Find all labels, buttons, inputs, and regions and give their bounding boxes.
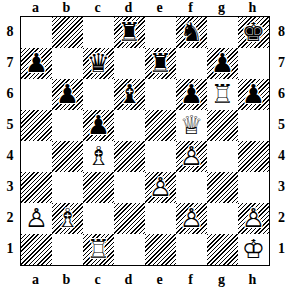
square-h3[interactable]: [238, 172, 269, 203]
square-g5[interactable]: [207, 110, 238, 141]
white-bishop-b2: ♝♗: [52, 203, 83, 234]
square-f3[interactable]: [176, 172, 207, 203]
file-label-a-bottom: a: [20, 272, 51, 288]
piece-outline-layer: ♙: [176, 141, 207, 172]
square-e8[interactable]: [145, 17, 176, 48]
square-g4[interactable]: [207, 141, 238, 172]
file-labels-bottom: abcdefgh: [20, 266, 293, 293]
square-b5[interactable]: [52, 110, 83, 141]
file-label-h-bottom: h: [237, 272, 268, 288]
square-f1[interactable]: [176, 234, 207, 265]
piece-outline-layer: ♗: [52, 203, 83, 234]
square-d3[interactable]: [114, 172, 145, 203]
piece-glyph: ♟: [21, 48, 52, 79]
file-label-h-top: h: [237, 0, 268, 16]
file-label-b-top: b: [51, 0, 82, 16]
black-rook-d8: ♜: [114, 17, 145, 48]
black-pawn-a7: ♟: [21, 48, 52, 79]
square-b8[interactable]: [52, 17, 83, 48]
rank-label-2-right: 2: [270, 202, 293, 233]
white-pawn-f2: ♟♙: [176, 203, 207, 234]
square-c6[interactable]: [83, 79, 114, 110]
square-c2[interactable]: [83, 203, 114, 234]
square-b3[interactable]: [52, 172, 83, 203]
square-f6[interactable]: ♟: [176, 79, 207, 110]
white-rook-g6: ♜♖: [207, 79, 238, 110]
square-b7[interactable]: [52, 48, 83, 79]
rank-label-1-left: 1: [0, 233, 20, 264]
piece-glyph: ♟: [176, 79, 207, 110]
square-e1[interactable]: [145, 234, 176, 265]
rank-label-6-right: 6: [270, 78, 293, 109]
black-rook-e7: ♜: [145, 48, 176, 79]
piece-glyph: ♟: [83, 110, 114, 141]
square-b2[interactable]: ♝♗: [52, 203, 83, 234]
square-c1[interactable]: ♜♖: [83, 234, 114, 265]
square-a1[interactable]: [21, 234, 52, 265]
piece-outline-layer: ♖: [83, 234, 114, 265]
file-label-d-bottom: d: [113, 272, 144, 288]
square-c4[interactable]: ♝♗: [83, 141, 114, 172]
black-knight-f8: ♞: [176, 17, 207, 48]
square-d5[interactable]: [114, 110, 145, 141]
rank-label-2-left: 2: [0, 202, 20, 233]
square-c5[interactable]: ♟: [83, 110, 114, 141]
square-e2[interactable]: [145, 203, 176, 234]
rank-label-3-left: 3: [0, 171, 20, 202]
square-a3[interactable]: [21, 172, 52, 203]
piece-outline-layer: ♖: [207, 79, 238, 110]
square-a8[interactable]: [21, 17, 52, 48]
square-g2[interactable]: [207, 203, 238, 234]
file-label-g-bottom: g: [206, 272, 237, 288]
file-label-e-top: e: [144, 0, 175, 16]
square-e5[interactable]: [145, 110, 176, 141]
white-pawn-a2: ♟♙: [21, 203, 52, 234]
square-b6[interactable]: ♟: [52, 79, 83, 110]
rank-label-5-right: 5: [270, 109, 293, 140]
square-d8[interactable]: ♜: [114, 17, 145, 48]
rank-label-5-left: 5: [0, 109, 20, 140]
black-bishop-d6: ♝: [114, 79, 145, 110]
square-f2[interactable]: ♟♙: [176, 203, 207, 234]
file-label-a-top: a: [20, 0, 51, 16]
black-king-h8: ♚: [238, 17, 269, 48]
square-a6[interactable]: [21, 79, 52, 110]
rank-label-1-right: 1: [270, 233, 293, 264]
square-d2[interactable]: [114, 203, 145, 234]
square-e4[interactable]: [145, 141, 176, 172]
piece-outline-layer: ♕: [176, 110, 207, 141]
square-e3[interactable]: ♟♙: [145, 172, 176, 203]
square-g1[interactable]: [207, 234, 238, 265]
square-f8[interactable]: ♞: [176, 17, 207, 48]
square-c7[interactable]: ♛: [83, 48, 114, 79]
chess-diagram: abcdefgh 87654321 ♜♞♚♟♛♜♟♟♝♟♜♖♟♟♛♕♝♗♟♙♟♙…: [0, 0, 293, 295]
rank-label-8-right: 8: [270, 16, 293, 47]
white-pawn-e3: ♟♙: [145, 172, 176, 203]
rank-label-3-right: 3: [270, 171, 293, 202]
square-g3[interactable]: [207, 172, 238, 203]
black-pawn-b6: ♟: [52, 79, 83, 110]
file-label-f-top: f: [175, 0, 206, 16]
square-g7[interactable]: ♟: [207, 48, 238, 79]
square-d4[interactable]: [114, 141, 145, 172]
square-h5[interactable]: [238, 110, 269, 141]
square-e7[interactable]: ♜: [145, 48, 176, 79]
square-h1[interactable]: ♚♔: [238, 234, 269, 265]
rank-labels-right: 87654321: [270, 16, 293, 266]
file-labels-top: abcdefgh: [20, 0, 293, 16]
square-a5[interactable]: [21, 110, 52, 141]
square-a7[interactable]: ♟: [21, 48, 52, 79]
square-c3[interactable]: [83, 172, 114, 203]
piece-glyph: ♚: [238, 17, 269, 48]
rank-label-4-right: 4: [270, 140, 293, 171]
square-g6[interactable]: ♜♖: [207, 79, 238, 110]
white-pawn-h2: ♟♙: [238, 203, 269, 234]
square-d6[interactable]: ♝: [114, 79, 145, 110]
file-label-c-bottom: c: [82, 272, 113, 288]
file-label-g-top: g: [206, 0, 237, 16]
piece-glyph: ♟: [238, 79, 269, 110]
black-pawn-g7: ♟: [207, 48, 238, 79]
piece-outline-layer: ♙: [238, 203, 269, 234]
white-queen-f5: ♛♕: [176, 110, 207, 141]
square-d1[interactable]: [114, 234, 145, 265]
square-b1[interactable]: [52, 234, 83, 265]
black-pawn-c5: ♟: [83, 110, 114, 141]
white-rook-c1: ♜♖: [83, 234, 114, 265]
square-f5[interactable]: ♛♕: [176, 110, 207, 141]
square-g8[interactable]: [207, 17, 238, 48]
file-label-f-bottom: f: [175, 272, 206, 288]
white-king-h1: ♚♔: [238, 234, 269, 265]
rank-label-8-left: 8: [0, 16, 20, 47]
square-h6[interactable]: ♟: [238, 79, 269, 110]
square-f4[interactable]: ♟♙: [176, 141, 207, 172]
square-c8[interactable]: [83, 17, 114, 48]
rank-label-4-left: 4: [0, 140, 20, 171]
piece-glyph: ♝: [114, 79, 145, 110]
square-b4[interactable]: [52, 141, 83, 172]
black-queen-c7: ♛: [83, 48, 114, 79]
white-pawn-f4: ♟♙: [176, 141, 207, 172]
rank-labels-left: 87654321: [0, 16, 20, 266]
rank-label-7-right: 7: [270, 47, 293, 78]
square-h4[interactable]: [238, 141, 269, 172]
square-h2[interactable]: ♟♙: [238, 203, 269, 234]
square-a4[interactable]: [21, 141, 52, 172]
piece-outline-layer: ♔: [238, 234, 269, 265]
piece-glyph: ♜: [145, 48, 176, 79]
file-label-d-top: d: [113, 0, 144, 16]
black-pawn-f6: ♟: [176, 79, 207, 110]
file-label-c-top: c: [82, 0, 113, 16]
square-h8[interactable]: ♚: [238, 17, 269, 48]
piece-glyph: ♜: [114, 17, 145, 48]
piece-glyph: ♟: [52, 79, 83, 110]
file-label-e-bottom: e: [144, 272, 175, 288]
piece-glyph: ♞: [176, 17, 207, 48]
square-h7[interactable]: [238, 48, 269, 79]
square-e6[interactable]: [145, 79, 176, 110]
file-label-b-bottom: b: [51, 272, 82, 288]
piece-glyph: ♛: [83, 48, 114, 79]
white-bishop-c4: ♝♗: [83, 141, 114, 172]
piece-outline-layer: ♙: [176, 203, 207, 234]
black-pawn-h6: ♟: [238, 79, 269, 110]
piece-glyph: ♟: [207, 48, 238, 79]
rank-label-7-left: 7: [0, 47, 20, 78]
piece-outline-layer: ♙: [145, 172, 176, 203]
square-a2[interactable]: ♟♙: [21, 203, 52, 234]
piece-outline-layer: ♙: [21, 203, 52, 234]
rank-label-6-left: 6: [0, 78, 20, 109]
square-d7[interactable]: [114, 48, 145, 79]
chess-board: ♜♞♚♟♛♜♟♟♝♟♜♖♟♟♛♕♝♗♟♙♟♙♟♙♝♗♟♙♟♙♜♖♚♔: [20, 16, 270, 266]
square-f7[interactable]: [176, 48, 207, 79]
piece-outline-layer: ♗: [83, 141, 114, 172]
